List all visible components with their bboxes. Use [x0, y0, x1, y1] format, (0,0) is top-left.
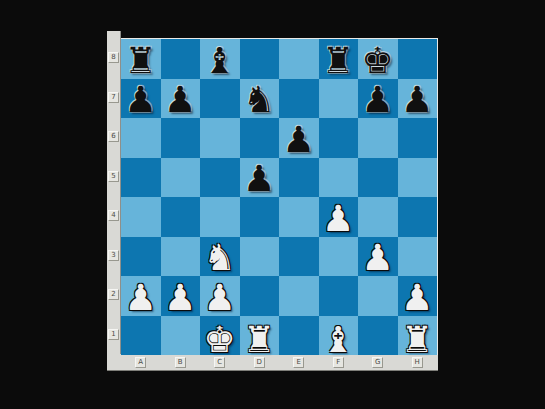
square-a7[interactable]: ♟	[121, 79, 161, 119]
square-f2[interactable]	[319, 276, 359, 316]
square-h2[interactable]: ♟	[398, 276, 438, 316]
square-f3[interactable]	[319, 237, 359, 277]
square-g2[interactable]	[358, 276, 398, 316]
piece-white-pawn-b2[interactable]: ♟	[164, 280, 196, 316]
square-b6[interactable]	[161, 118, 201, 158]
rank-label-2: 2	[108, 289, 119, 300]
square-b1[interactable]	[161, 316, 201, 356]
square-d3[interactable]	[240, 237, 280, 277]
square-a6[interactable]	[121, 118, 161, 158]
square-f8[interactable]: ♜	[319, 39, 359, 79]
square-f1[interactable]: ♝	[319, 316, 359, 356]
square-c6[interactable]	[200, 118, 240, 158]
square-b3[interactable]	[161, 237, 201, 277]
square-g1[interactable]	[358, 316, 398, 356]
piece-black-pawn-b7[interactable]: ♟	[164, 82, 196, 118]
rank-label-8: 8	[108, 52, 119, 63]
video-letterbox: 87654321 ABCDEFGH ♜♝♜♚♟♟♞♟♟♟♟♟♞♟♟♟♟♟♚♜♝♜	[0, 0, 545, 409]
square-h8[interactable]	[398, 39, 438, 79]
piece-white-pawn-a2[interactable]: ♟	[125, 280, 157, 316]
square-d1[interactable]: ♜	[240, 316, 280, 356]
square-f7[interactable]	[319, 79, 359, 119]
square-f6[interactable]	[319, 118, 359, 158]
square-g6[interactable]	[358, 118, 398, 158]
square-h5[interactable]	[398, 158, 438, 198]
square-d4[interactable]	[240, 197, 280, 237]
piece-white-pawn-g3[interactable]: ♟	[362, 240, 394, 276]
piece-white-knight-c3[interactable]: ♞	[204, 240, 236, 276]
square-h3[interactable]	[398, 237, 438, 277]
file-label-e: E	[293, 357, 304, 368]
square-f5[interactable]	[319, 158, 359, 198]
piece-white-bishop-f1[interactable]: ♝	[322, 322, 354, 358]
square-e2[interactable]	[279, 276, 319, 316]
square-c2[interactable]: ♟	[200, 276, 240, 316]
square-g7[interactable]: ♟	[358, 79, 398, 119]
chessboard-frame: 87654321 ABCDEFGH ♜♝♜♚♟♟♞♟♟♟♟♟♞♟♟♟♟♟♚♜♝♜	[107, 31, 438, 371]
rank-label-3: 3	[108, 250, 119, 261]
square-e7[interactable]	[279, 79, 319, 119]
square-e8[interactable]	[279, 39, 319, 79]
square-a8[interactable]: ♜	[121, 39, 161, 79]
square-a5[interactable]	[121, 158, 161, 198]
square-h7[interactable]: ♟	[398, 79, 438, 119]
piece-black-pawn-e6[interactable]: ♟	[283, 122, 315, 158]
piece-white-rook-d1[interactable]: ♜	[243, 322, 275, 358]
square-c5[interactable]	[200, 158, 240, 198]
file-label-b: B	[175, 357, 186, 368]
piece-black-pawn-a7[interactable]: ♟	[125, 82, 157, 118]
square-g5[interactable]	[358, 158, 398, 198]
rank-label-5: 5	[108, 171, 119, 182]
square-c1[interactable]: ♚	[200, 316, 240, 356]
square-c4[interactable]	[200, 197, 240, 237]
square-b8[interactable]	[161, 39, 201, 79]
square-d6[interactable]	[240, 118, 280, 158]
file-label-g: G	[372, 357, 383, 368]
rank-labels-strip: 87654321	[107, 31, 121, 371]
square-c3[interactable]: ♞	[200, 237, 240, 277]
square-d2[interactable]	[240, 276, 280, 316]
piece-black-bishop-c8[interactable]: ♝	[204, 43, 236, 79]
square-c8[interactable]: ♝	[200, 39, 240, 79]
square-b2[interactable]: ♟	[161, 276, 201, 316]
piece-black-pawn-h7[interactable]: ♟	[401, 82, 433, 118]
piece-black-pawn-g7[interactable]: ♟	[362, 82, 394, 118]
square-f4[interactable]: ♟	[319, 197, 359, 237]
rank-label-6: 6	[108, 131, 119, 142]
rank-label-1: 1	[108, 329, 119, 340]
piece-white-pawn-f4[interactable]: ♟	[322, 201, 354, 237]
square-g3[interactable]: ♟	[358, 237, 398, 277]
rank-label-4: 4	[108, 210, 119, 221]
square-b4[interactable]	[161, 197, 201, 237]
square-d8[interactable]	[240, 39, 280, 79]
square-e4[interactable]	[279, 197, 319, 237]
square-h4[interactable]	[398, 197, 438, 237]
piece-black-king-g8[interactable]: ♚	[362, 43, 394, 79]
square-e6[interactable]: ♟	[279, 118, 319, 158]
chessboard: ♜♝♜♚♟♟♞♟♟♟♟♟♞♟♟♟♟♟♚♜♝♜	[121, 38, 438, 355]
square-g8[interactable]: ♚	[358, 39, 398, 79]
file-label-a: A	[135, 357, 146, 368]
square-a4[interactable]	[121, 197, 161, 237]
square-b7[interactable]: ♟	[161, 79, 201, 119]
square-d7[interactable]: ♞	[240, 79, 280, 119]
piece-white-pawn-c2[interactable]: ♟	[204, 280, 236, 316]
piece-white-pawn-h2[interactable]: ♟	[401, 280, 433, 316]
piece-white-king-c1[interactable]: ♚	[204, 322, 236, 358]
piece-black-knight-d7[interactable]: ♞	[243, 82, 275, 118]
square-e3[interactable]	[279, 237, 319, 277]
piece-black-rook-f8[interactable]: ♜	[322, 43, 354, 79]
piece-black-rook-a8[interactable]: ♜	[125, 43, 157, 79]
square-g4[interactable]	[358, 197, 398, 237]
square-b5[interactable]	[161, 158, 201, 198]
square-a3[interactable]	[121, 237, 161, 277]
piece-black-pawn-d5[interactable]: ♟	[243, 161, 275, 197]
square-a1[interactable]	[121, 316, 161, 356]
square-d5[interactable]: ♟	[240, 158, 280, 198]
square-h6[interactable]	[398, 118, 438, 158]
piece-white-rook-h1[interactable]: ♜	[401, 322, 433, 358]
rank-label-7: 7	[108, 92, 119, 103]
square-e5[interactable]	[279, 158, 319, 198]
square-e1[interactable]	[279, 316, 319, 356]
square-a2[interactable]: ♟	[121, 276, 161, 316]
square-c7[interactable]	[200, 79, 240, 119]
square-h1[interactable]: ♜	[398, 316, 438, 356]
